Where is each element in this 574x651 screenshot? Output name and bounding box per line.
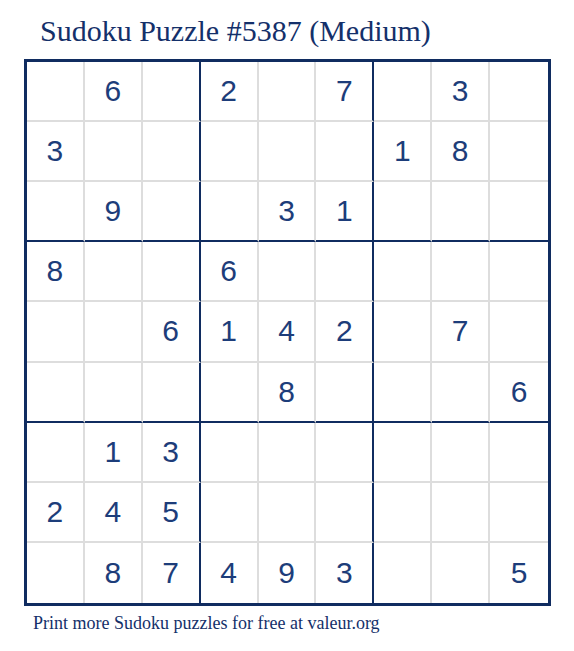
cell-r9c6[interactable]: 3 [316,543,374,603]
cell-r8c7[interactable] [374,483,432,543]
cell-r4c4[interactable]: 6 [201,242,259,302]
cell-r6c7[interactable] [374,363,432,423]
cell-r5c2[interactable] [85,302,143,362]
cell-r1c3[interactable] [143,62,201,122]
cell-r5c9[interactable] [490,302,548,362]
cell-r5c3[interactable]: 6 [143,302,201,362]
cell-r2c6[interactable] [316,122,374,182]
sudoku-grid: 627331893186614278613245874935 [24,59,551,606]
sudoku-page: Sudoku Puzzle #5387 (Medium) 62733189318… [0,0,574,651]
cell-r2c3[interactable] [143,122,201,182]
cell-r2c7[interactable]: 1 [374,122,432,182]
cell-r8c4[interactable] [201,483,259,543]
cell-r6c4[interactable] [201,363,259,423]
cell-r3c6[interactable]: 1 [316,182,374,242]
cell-r9c9[interactable]: 5 [490,543,548,603]
cell-r3c7[interactable] [374,182,432,242]
cell-r7c1[interactable] [27,423,85,483]
cell-r7c8[interactable] [432,423,490,483]
cell-r6c1[interactable] [27,363,85,423]
cell-r3c2[interactable]: 9 [85,182,143,242]
cell-r7c3[interactable]: 3 [143,423,201,483]
cell-r5c7[interactable] [374,302,432,362]
cell-r7c4[interactable] [201,423,259,483]
cell-r5c8[interactable]: 7 [432,302,490,362]
cell-r1c1[interactable] [27,62,85,122]
cell-r1c5[interactable] [259,62,317,122]
cell-r5c5[interactable]: 4 [259,302,317,362]
cell-r2c4[interactable] [201,122,259,182]
cell-r4c8[interactable] [432,242,490,302]
cell-r6c9[interactable]: 6 [490,363,548,423]
cell-r3c4[interactable] [201,182,259,242]
cell-r1c6[interactable]: 7 [316,62,374,122]
cell-r2c2[interactable] [85,122,143,182]
cell-r9c1[interactable] [27,543,85,603]
cell-r5c1[interactable] [27,302,85,362]
footer-text: Print more Sudoku puzzles for free at va… [33,613,380,634]
cell-r4c6[interactable] [316,242,374,302]
cell-r6c2[interactable] [85,363,143,423]
cell-r2c9[interactable] [490,122,548,182]
cell-r2c5[interactable] [259,122,317,182]
cell-r6c3[interactable] [143,363,201,423]
cell-r3c1[interactable] [27,182,85,242]
cell-r7c6[interactable] [316,423,374,483]
cell-r1c9[interactable] [490,62,548,122]
cell-r1c2[interactable]: 6 [85,62,143,122]
cell-r8c6[interactable] [316,483,374,543]
cell-r7c9[interactable] [490,423,548,483]
cell-r8c3[interactable]: 5 [143,483,201,543]
cell-r3c8[interactable] [432,182,490,242]
cell-r2c1[interactable]: 3 [27,122,85,182]
cell-r9c4[interactable]: 4 [201,543,259,603]
cell-r4c1[interactable]: 8 [27,242,85,302]
page-title: Sudoku Puzzle #5387 (Medium) [40,14,431,48]
cell-r6c6[interactable] [316,363,374,423]
cell-r3c3[interactable] [143,182,201,242]
cell-r8c2[interactable]: 4 [85,483,143,543]
cell-r1c8[interactable]: 3 [432,62,490,122]
cell-r6c8[interactable] [432,363,490,423]
cell-r7c2[interactable]: 1 [85,423,143,483]
cell-r5c4[interactable]: 1 [201,302,259,362]
cell-r9c2[interactable]: 8 [85,543,143,603]
cell-r4c9[interactable] [490,242,548,302]
cell-r4c5[interactable] [259,242,317,302]
cell-r9c3[interactable]: 7 [143,543,201,603]
cell-r9c7[interactable] [374,543,432,603]
cell-r7c7[interactable] [374,423,432,483]
cell-r9c8[interactable] [432,543,490,603]
cell-r1c7[interactable] [374,62,432,122]
cell-r9c5[interactable]: 9 [259,543,317,603]
cell-r1c4[interactable]: 2 [201,62,259,122]
cell-r4c2[interactable] [85,242,143,302]
cell-r7c5[interactable] [259,423,317,483]
cell-r5c6[interactable]: 2 [316,302,374,362]
cell-r2c8[interactable]: 8 [432,122,490,182]
cell-r4c3[interactable] [143,242,201,302]
cell-r8c1[interactable]: 2 [27,483,85,543]
cell-r3c9[interactable] [490,182,548,242]
cell-r8c8[interactable] [432,483,490,543]
cell-r6c5[interactable]: 8 [259,363,317,423]
cell-r3c5[interactable]: 3 [259,182,317,242]
cell-r8c9[interactable] [490,483,548,543]
cell-r4c7[interactable] [374,242,432,302]
cell-r8c5[interactable] [259,483,317,543]
